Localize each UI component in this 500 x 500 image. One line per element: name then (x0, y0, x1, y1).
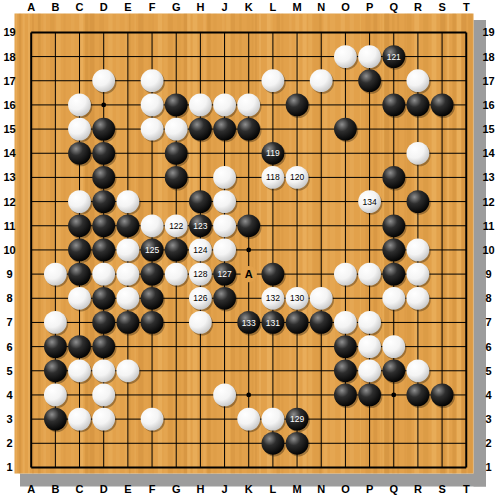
move-number-122: 122 (169, 221, 183, 231)
coord-label-bottom: K (245, 483, 253, 495)
coord-label-left: 9 (6, 268, 12, 280)
coord-label-bottom: C (76, 483, 84, 495)
coord-label-left: 10 (3, 244, 15, 256)
coord-label-top: Q (389, 1, 398, 13)
coord-label-right: 4 (485, 389, 492, 401)
coord-label-right: 9 (485, 268, 491, 280)
move-number-134: 134 (362, 197, 376, 207)
move-number-127: 127 (217, 269, 231, 279)
coord-label-bottom: B (51, 483, 59, 495)
coord-label-right: 17 (482, 75, 494, 87)
coord-label-left: 3 (6, 413, 12, 425)
move-number-126: 126 (193, 293, 207, 303)
coord-label-right: 12 (482, 196, 494, 208)
coord-label-left: 18 (3, 51, 15, 63)
go-board[interactable]: AA1919BB1818CC1717DD1616EE1515FF1414GG13… (0, 0, 500, 500)
coord-label-bottom: Q (389, 483, 398, 495)
coord-label-top: O (341, 1, 350, 13)
coord-label-left: 5 (6, 365, 12, 377)
coord-label-left: 19 (3, 26, 15, 38)
coord-label-bottom: H (196, 483, 204, 495)
coord-label-top: F (149, 1, 156, 13)
coord-label-bottom: N (317, 483, 325, 495)
coord-label-right: 2 (485, 437, 491, 449)
move-number-123: 123 (193, 221, 207, 231)
coord-label-top: A (27, 1, 35, 13)
move-number-130: 130 (290, 293, 304, 303)
coord-label-bottom: F (149, 483, 156, 495)
coord-label-top: D (100, 1, 108, 13)
coord-label-top: P (366, 1, 373, 13)
coord-label-bottom: M (292, 483, 301, 495)
coord-label-top: L (270, 1, 277, 13)
coord-label-left: 7 (6, 316, 12, 328)
coord-label-bottom: L (270, 483, 277, 495)
coord-label-left: 1 (6, 461, 12, 473)
coord-label-right: 3 (485, 413, 491, 425)
coord-label-bottom: J (221, 483, 227, 495)
coord-label-left: 6 (6, 341, 12, 353)
coord-label-left: 4 (6, 389, 13, 401)
coord-label-left: 16 (3, 99, 15, 111)
coord-label-right: 1 (485, 461, 491, 473)
coord-label-top: E (124, 1, 131, 13)
move-number-124: 124 (193, 245, 207, 255)
coord-label-top: T (463, 1, 470, 13)
coord-label-right: 10 (482, 244, 494, 256)
coord-label-right: 13 (482, 171, 494, 183)
coord-label-bottom: P (366, 483, 373, 495)
coord-label-left: 8 (6, 292, 12, 304)
coord-label-right: 15 (482, 123, 494, 135)
point-markers: A (241, 266, 257, 282)
coord-label-top: M (292, 1, 301, 13)
coord-label-right: 14 (482, 147, 495, 159)
coord-label-top: B (51, 1, 59, 13)
coord-label-bottom: T (463, 483, 470, 495)
coord-label-right: 5 (485, 365, 491, 377)
coord-label-top: K (245, 1, 253, 13)
move-number-120: 120 (290, 172, 304, 182)
move-number-129: 129 (290, 414, 304, 424)
coord-label-left: 14 (3, 147, 16, 159)
coord-label-top: R (414, 1, 422, 13)
coord-label-right: 7 (485, 316, 491, 328)
move-number-131: 131 (266, 318, 280, 328)
coord-label-left: 15 (3, 123, 15, 135)
marker-A: A (245, 268, 253, 280)
coord-label-left: 11 (4, 220, 16, 232)
coord-label-left: 2 (6, 437, 12, 449)
coord-label-top: H (196, 1, 204, 13)
coord-label-top: S (438, 1, 445, 13)
move-number-118: 118 (266, 172, 280, 182)
move-number-133: 133 (242, 318, 256, 328)
coord-label-top: C (76, 1, 84, 13)
move-number-121: 121 (387, 52, 401, 62)
coord-label-bottom: S (438, 483, 445, 495)
coord-label-right: 18 (482, 51, 494, 63)
coord-label-bottom: D (100, 483, 108, 495)
coord-label-right: 6 (485, 341, 491, 353)
coord-label-bottom: E (124, 483, 131, 495)
coord-label-bottom: R (414, 483, 422, 495)
coord-label-left: 12 (3, 196, 15, 208)
coord-label-right: 16 (482, 99, 494, 111)
coord-label-bottom: O (341, 483, 350, 495)
coord-label-bottom: A (27, 483, 35, 495)
go-board-app: AA1919BB1818CC1717DD1616EE1515FF1414GG13… (0, 0, 500, 500)
coord-label-right: 11 (483, 220, 495, 232)
coord-label-left: 17 (3, 75, 15, 87)
coord-label-bottom: G (172, 483, 181, 495)
coord-label-top: G (172, 1, 181, 13)
coord-label-top: J (221, 1, 227, 13)
move-number-132: 132 (266, 293, 280, 303)
coord-label-right: 19 (482, 26, 494, 38)
coord-label-left: 13 (3, 171, 15, 183)
coord-label-right: 8 (485, 292, 491, 304)
move-number-125: 125 (145, 245, 159, 255)
coord-label-top: N (317, 1, 325, 13)
move-number-119: 119 (266, 148, 280, 158)
move-number-128: 128 (193, 269, 207, 279)
